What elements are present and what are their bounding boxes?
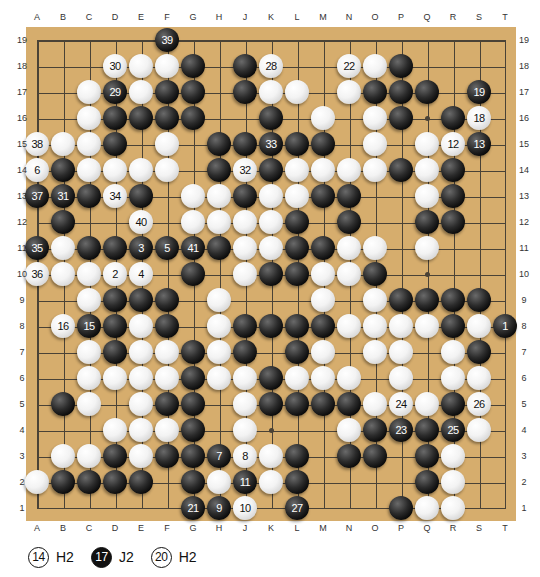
intersection-N1[interactable] xyxy=(336,495,362,521)
intersection-G3[interactable] xyxy=(180,443,206,469)
intersection-J2[interactable]: 11 xyxy=(232,469,258,495)
intersection-Q15[interactable] xyxy=(414,131,440,157)
intersection-B4[interactable] xyxy=(50,417,76,443)
intersection-N19[interactable] xyxy=(336,27,362,53)
intersection-L16[interactable] xyxy=(284,105,310,131)
intersection-N12[interactable] xyxy=(336,209,362,235)
intersection-C15[interactable] xyxy=(76,131,102,157)
intersection-Q1[interactable] xyxy=(414,495,440,521)
intersection-M16[interactable] xyxy=(310,105,336,131)
intersection-S15[interactable]: 13 xyxy=(466,131,492,157)
intersection-J10[interactable] xyxy=(232,261,258,287)
intersection-R9[interactable] xyxy=(440,287,466,313)
intersection-L10[interactable] xyxy=(284,261,310,287)
intersection-F3[interactable] xyxy=(154,443,180,469)
intersection-R18[interactable] xyxy=(440,53,466,79)
intersection-K6[interactable] xyxy=(258,365,284,391)
intersection-C7[interactable] xyxy=(76,339,102,365)
intersection-R11[interactable] xyxy=(440,235,466,261)
intersection-B18[interactable] xyxy=(50,53,76,79)
intersection-Q2[interactable] xyxy=(414,469,440,495)
intersection-J7[interactable] xyxy=(232,339,258,365)
intersection-H14[interactable] xyxy=(206,157,232,183)
intersection-E10[interactable]: 4 xyxy=(128,261,154,287)
intersection-B19[interactable] xyxy=(50,27,76,53)
intersection-N4[interactable] xyxy=(336,417,362,443)
intersection-G8[interactable] xyxy=(180,313,206,339)
intersection-Q14[interactable] xyxy=(414,157,440,183)
intersection-O16[interactable] xyxy=(362,105,388,131)
intersection-P19[interactable] xyxy=(388,27,414,53)
intersection-Q18[interactable] xyxy=(414,53,440,79)
intersection-L17[interactable] xyxy=(284,79,310,105)
intersection-Q17[interactable] xyxy=(414,79,440,105)
intersection-O15[interactable] xyxy=(362,131,388,157)
intersection-Q3[interactable] xyxy=(414,443,440,469)
intersection-B3[interactable] xyxy=(50,443,76,469)
intersection-L13[interactable] xyxy=(284,183,310,209)
intersection-N17[interactable] xyxy=(336,79,362,105)
intersection-R7[interactable] xyxy=(440,339,466,365)
intersection-Q9[interactable] xyxy=(414,287,440,313)
intersection-K17[interactable] xyxy=(258,79,284,105)
intersection-J9[interactable] xyxy=(232,287,258,313)
intersection-C5[interactable] xyxy=(76,391,102,417)
intersection-O1[interactable] xyxy=(362,495,388,521)
intersection-H12[interactable] xyxy=(206,209,232,235)
intersection-D13[interactable]: 34 xyxy=(102,183,128,209)
intersection-O17[interactable] xyxy=(362,79,388,105)
intersection-P15[interactable] xyxy=(388,131,414,157)
intersection-P13[interactable] xyxy=(388,183,414,209)
intersection-J14[interactable]: 32 xyxy=(232,157,258,183)
intersection-H8[interactable] xyxy=(206,313,232,339)
intersection-N15[interactable] xyxy=(336,131,362,157)
intersection-H18[interactable] xyxy=(206,53,232,79)
intersection-R12[interactable] xyxy=(440,209,466,235)
intersection-J3[interactable]: 8 xyxy=(232,443,258,469)
intersection-Q11[interactable] xyxy=(414,235,440,261)
intersection-P14[interactable] xyxy=(388,157,414,183)
intersection-M17[interactable] xyxy=(310,79,336,105)
intersection-B15[interactable] xyxy=(50,131,76,157)
intersection-R10[interactable] xyxy=(440,261,466,287)
intersection-L2[interactable] xyxy=(284,469,310,495)
intersection-O13[interactable] xyxy=(362,183,388,209)
intersection-C10[interactable] xyxy=(76,261,102,287)
intersection-F7[interactable] xyxy=(154,339,180,365)
intersection-B9[interactable] xyxy=(50,287,76,313)
intersection-N11[interactable] xyxy=(336,235,362,261)
intersection-B13[interactable]: 31 xyxy=(50,183,76,209)
intersection-B8[interactable]: 16 xyxy=(50,313,76,339)
intersection-M18[interactable] xyxy=(310,53,336,79)
intersection-Q16[interactable] xyxy=(414,105,440,131)
intersection-M8[interactable] xyxy=(310,313,336,339)
intersection-G4[interactable] xyxy=(180,417,206,443)
intersection-D19[interactable] xyxy=(102,27,128,53)
intersection-S5[interactable]: 26 xyxy=(466,391,492,417)
intersection-B14[interactable] xyxy=(50,157,76,183)
intersection-E14[interactable] xyxy=(128,157,154,183)
intersection-R8[interactable] xyxy=(440,313,466,339)
intersection-G10[interactable] xyxy=(180,261,206,287)
intersection-H11[interactable] xyxy=(206,235,232,261)
intersection-D10[interactable]: 2 xyxy=(102,261,128,287)
intersection-F13[interactable] xyxy=(154,183,180,209)
intersection-Q6[interactable] xyxy=(414,365,440,391)
intersection-M10[interactable] xyxy=(310,261,336,287)
intersection-P1[interactable] xyxy=(388,495,414,521)
intersection-D4[interactable] xyxy=(102,417,128,443)
intersection-P18[interactable] xyxy=(388,53,414,79)
intersection-C13[interactable] xyxy=(76,183,102,209)
intersection-H15[interactable] xyxy=(206,131,232,157)
intersection-L4[interactable] xyxy=(284,417,310,443)
intersection-M11[interactable] xyxy=(310,235,336,261)
intersection-P5[interactable]: 24 xyxy=(388,391,414,417)
intersection-S17[interactable]: 19 xyxy=(466,79,492,105)
intersection-Q10[interactable] xyxy=(414,261,440,287)
intersection-C9[interactable] xyxy=(76,287,102,313)
intersection-S9[interactable] xyxy=(466,287,492,313)
intersection-E17[interactable] xyxy=(128,79,154,105)
intersection-N18[interactable]: 22 xyxy=(336,53,362,79)
intersection-R6[interactable] xyxy=(440,365,466,391)
intersection-H17[interactable] xyxy=(206,79,232,105)
intersection-D7[interactable] xyxy=(102,339,128,365)
intersection-M19[interactable] xyxy=(310,27,336,53)
intersection-L18[interactable] xyxy=(284,53,310,79)
intersection-D3[interactable] xyxy=(102,443,128,469)
intersection-P3[interactable] xyxy=(388,443,414,469)
intersection-B6[interactable] xyxy=(50,365,76,391)
intersection-P10[interactable] xyxy=(388,261,414,287)
intersection-K13[interactable] xyxy=(258,183,284,209)
intersection-M6[interactable] xyxy=(310,365,336,391)
intersection-H1[interactable]: 9 xyxy=(206,495,232,521)
intersection-S2[interactable] xyxy=(466,469,492,495)
intersection-O7[interactable] xyxy=(362,339,388,365)
intersection-N13[interactable] xyxy=(336,183,362,209)
intersection-F5[interactable] xyxy=(154,391,180,417)
intersection-J5[interactable] xyxy=(232,391,258,417)
intersection-K16[interactable] xyxy=(258,105,284,131)
intersection-K18[interactable]: 28 xyxy=(258,53,284,79)
intersection-N9[interactable] xyxy=(336,287,362,313)
intersection-C12[interactable] xyxy=(76,209,102,235)
intersection-C18[interactable] xyxy=(76,53,102,79)
intersection-L3[interactable] xyxy=(284,443,310,469)
intersection-S11[interactable] xyxy=(466,235,492,261)
intersection-Q13[interactable] xyxy=(414,183,440,209)
intersection-S18[interactable] xyxy=(466,53,492,79)
intersection-N8[interactable] xyxy=(336,313,362,339)
intersection-H9[interactable] xyxy=(206,287,232,313)
intersection-S7[interactable] xyxy=(466,339,492,365)
intersection-R14[interactable] xyxy=(440,157,466,183)
intersection-G13[interactable] xyxy=(180,183,206,209)
intersection-R1[interactable] xyxy=(440,495,466,521)
intersection-G11[interactable]: 41 xyxy=(180,235,206,261)
intersection-E4[interactable] xyxy=(128,417,154,443)
intersection-G5[interactable] xyxy=(180,391,206,417)
intersection-P4[interactable]: 23 xyxy=(388,417,414,443)
intersection-O9[interactable] xyxy=(362,287,388,313)
intersection-D6[interactable] xyxy=(102,365,128,391)
intersection-M1[interactable] xyxy=(310,495,336,521)
intersection-O12[interactable] xyxy=(362,209,388,235)
intersection-F17[interactable] xyxy=(154,79,180,105)
intersection-M7[interactable] xyxy=(310,339,336,365)
intersection-N7[interactable] xyxy=(336,339,362,365)
intersection-J4[interactable] xyxy=(232,417,258,443)
intersection-J17[interactable] xyxy=(232,79,258,105)
intersection-N2[interactable] xyxy=(336,469,362,495)
intersection-D14[interactable] xyxy=(102,157,128,183)
intersection-K10[interactable] xyxy=(258,261,284,287)
intersection-L14[interactable] xyxy=(284,157,310,183)
intersection-R17[interactable] xyxy=(440,79,466,105)
intersection-F11[interactable]: 5 xyxy=(154,235,180,261)
intersection-C11[interactable] xyxy=(76,235,102,261)
intersection-E3[interactable] xyxy=(128,443,154,469)
intersection-K12[interactable] xyxy=(258,209,284,235)
intersection-J12[interactable] xyxy=(232,209,258,235)
intersection-L19[interactable] xyxy=(284,27,310,53)
intersection-P2[interactable] xyxy=(388,469,414,495)
intersection-L15[interactable] xyxy=(284,131,310,157)
intersection-D12[interactable] xyxy=(102,209,128,235)
intersection-H3[interactable]: 7 xyxy=(206,443,232,469)
intersection-R2[interactable] xyxy=(440,469,466,495)
intersection-O5[interactable] xyxy=(362,391,388,417)
intersection-P9[interactable] xyxy=(388,287,414,313)
intersection-Q19[interactable] xyxy=(414,27,440,53)
intersection-Q7[interactable] xyxy=(414,339,440,365)
intersection-F1[interactable] xyxy=(154,495,180,521)
intersection-R13[interactable] xyxy=(440,183,466,209)
intersection-R16[interactable] xyxy=(440,105,466,131)
intersection-R3[interactable] xyxy=(440,443,466,469)
intersection-D16[interactable] xyxy=(102,105,128,131)
intersection-J18[interactable] xyxy=(232,53,258,79)
intersection-N5[interactable] xyxy=(336,391,362,417)
intersection-M13[interactable] xyxy=(310,183,336,209)
intersection-J19[interactable] xyxy=(232,27,258,53)
intersection-O10[interactable] xyxy=(362,261,388,287)
intersection-K19[interactable] xyxy=(258,27,284,53)
intersection-P16[interactable] xyxy=(388,105,414,131)
intersection-F10[interactable] xyxy=(154,261,180,287)
intersection-Q5[interactable] xyxy=(414,391,440,417)
intersection-R19[interactable] xyxy=(440,27,466,53)
intersection-M9[interactable] xyxy=(310,287,336,313)
intersection-L11[interactable] xyxy=(284,235,310,261)
intersection-K3[interactable] xyxy=(258,443,284,469)
intersection-S12[interactable] xyxy=(466,209,492,235)
intersection-B1[interactable] xyxy=(50,495,76,521)
intersection-F2[interactable] xyxy=(154,469,180,495)
intersection-J15[interactable] xyxy=(232,131,258,157)
intersection-N10[interactable] xyxy=(336,261,362,287)
intersection-R4[interactable]: 25 xyxy=(440,417,466,443)
intersection-F8[interactable] xyxy=(154,313,180,339)
intersection-K5[interactable] xyxy=(258,391,284,417)
intersection-G7[interactable] xyxy=(180,339,206,365)
intersection-F6[interactable] xyxy=(154,365,180,391)
intersection-S4[interactable] xyxy=(466,417,492,443)
intersection-K7[interactable] xyxy=(258,339,284,365)
intersection-M4[interactable] xyxy=(310,417,336,443)
intersection-F18[interactable] xyxy=(154,53,180,79)
intersection-L5[interactable] xyxy=(284,391,310,417)
intersection-G6[interactable] xyxy=(180,365,206,391)
intersection-O6[interactable] xyxy=(362,365,388,391)
intersection-D9[interactable] xyxy=(102,287,128,313)
intersection-E18[interactable] xyxy=(128,53,154,79)
intersection-H7[interactable] xyxy=(206,339,232,365)
intersection-B16[interactable] xyxy=(50,105,76,131)
intersection-M3[interactable] xyxy=(310,443,336,469)
intersection-K15[interactable]: 33 xyxy=(258,131,284,157)
intersection-M12[interactable] xyxy=(310,209,336,235)
intersection-K11[interactable] xyxy=(258,235,284,261)
intersection-J1[interactable]: 10 xyxy=(232,495,258,521)
intersection-E6[interactable] xyxy=(128,365,154,391)
intersection-E13[interactable] xyxy=(128,183,154,209)
intersection-S13[interactable] xyxy=(466,183,492,209)
intersection-F16[interactable] xyxy=(154,105,180,131)
intersection-O8[interactable] xyxy=(362,313,388,339)
intersection-R15[interactable]: 12 xyxy=(440,131,466,157)
intersection-L8[interactable] xyxy=(284,313,310,339)
intersection-O4[interactable] xyxy=(362,417,388,443)
intersection-K14[interactable] xyxy=(258,157,284,183)
intersection-S14[interactable] xyxy=(466,157,492,183)
intersection-J8[interactable] xyxy=(232,313,258,339)
intersection-H13[interactable] xyxy=(206,183,232,209)
intersection-C3[interactable] xyxy=(76,443,102,469)
intersection-L7[interactable] xyxy=(284,339,310,365)
intersection-D5[interactable] xyxy=(102,391,128,417)
intersection-O2[interactable] xyxy=(362,469,388,495)
intersection-E7[interactable] xyxy=(128,339,154,365)
intersection-E19[interactable] xyxy=(128,27,154,53)
intersection-E5[interactable] xyxy=(128,391,154,417)
intersection-S8[interactable] xyxy=(466,313,492,339)
intersection-M15[interactable] xyxy=(310,131,336,157)
intersection-H10[interactable] xyxy=(206,261,232,287)
intersection-D11[interactable] xyxy=(102,235,128,261)
intersection-G2[interactable] xyxy=(180,469,206,495)
intersection-P8[interactable] xyxy=(388,313,414,339)
intersection-F9[interactable] xyxy=(154,287,180,313)
intersection-K2[interactable] xyxy=(258,469,284,495)
intersection-B10[interactable] xyxy=(50,261,76,287)
intersection-C19[interactable] xyxy=(76,27,102,53)
intersection-F15[interactable] xyxy=(154,131,180,157)
intersection-L1[interactable]: 27 xyxy=(284,495,310,521)
intersection-C6[interactable] xyxy=(76,365,102,391)
intersection-C16[interactable] xyxy=(76,105,102,131)
intersection-D15[interactable] xyxy=(102,131,128,157)
intersection-C1[interactable] xyxy=(76,495,102,521)
intersection-S10[interactable] xyxy=(466,261,492,287)
intersection-G9[interactable] xyxy=(180,287,206,313)
intersection-H6[interactable] xyxy=(206,365,232,391)
intersection-E11[interactable]: 3 xyxy=(128,235,154,261)
intersection-O19[interactable] xyxy=(362,27,388,53)
intersection-O11[interactable] xyxy=(362,235,388,261)
intersection-Q12[interactable] xyxy=(414,209,440,235)
intersection-N16[interactable] xyxy=(336,105,362,131)
intersection-C2[interactable] xyxy=(76,469,102,495)
intersection-N6[interactable] xyxy=(336,365,362,391)
intersection-E12[interactable]: 40 xyxy=(128,209,154,235)
intersection-E15[interactable] xyxy=(128,131,154,157)
intersection-O3[interactable] xyxy=(362,443,388,469)
intersection-H2[interactable] xyxy=(206,469,232,495)
intersection-J13[interactable] xyxy=(232,183,258,209)
intersection-B2[interactable] xyxy=(50,469,76,495)
intersection-B7[interactable] xyxy=(50,339,76,365)
intersection-N3[interactable] xyxy=(336,443,362,469)
intersection-F4[interactable] xyxy=(154,417,180,443)
intersection-C4[interactable] xyxy=(76,417,102,443)
intersection-G17[interactable] xyxy=(180,79,206,105)
intersection-K4[interactable] xyxy=(258,417,284,443)
intersection-M2[interactable] xyxy=(310,469,336,495)
intersection-D18[interactable]: 30 xyxy=(102,53,128,79)
intersection-K9[interactable] xyxy=(258,287,284,313)
intersection-P6[interactable] xyxy=(388,365,414,391)
intersection-S19[interactable] xyxy=(466,27,492,53)
intersection-E8[interactable] xyxy=(128,313,154,339)
intersection-H16[interactable] xyxy=(206,105,232,131)
intersection-G16[interactable] xyxy=(180,105,206,131)
intersection-N14[interactable] xyxy=(336,157,362,183)
intersection-H19[interactable] xyxy=(206,27,232,53)
intersection-Q4[interactable] xyxy=(414,417,440,443)
intersection-G15[interactable] xyxy=(180,131,206,157)
intersection-K1[interactable] xyxy=(258,495,284,521)
intersection-D1[interactable] xyxy=(102,495,128,521)
intersection-E9[interactable] xyxy=(128,287,154,313)
intersection-S16[interactable]: 18 xyxy=(466,105,492,131)
intersection-H5[interactable] xyxy=(206,391,232,417)
intersection-H4[interactable] xyxy=(206,417,232,443)
intersection-O14[interactable] xyxy=(362,157,388,183)
intersection-F14[interactable] xyxy=(154,157,180,183)
intersection-B17[interactable] xyxy=(50,79,76,105)
intersection-G19[interactable] xyxy=(180,27,206,53)
intersection-E2[interactable] xyxy=(128,469,154,495)
intersection-R5[interactable] xyxy=(440,391,466,417)
intersection-D17[interactable]: 29 xyxy=(102,79,128,105)
intersection-G18[interactable] xyxy=(180,53,206,79)
intersection-Q8[interactable] xyxy=(414,313,440,339)
intersection-J11[interactable] xyxy=(232,235,258,261)
intersection-S6[interactable] xyxy=(466,365,492,391)
intersection-D8[interactable] xyxy=(102,313,128,339)
intersection-B5[interactable] xyxy=(50,391,76,417)
intersection-F12[interactable] xyxy=(154,209,180,235)
intersection-C8[interactable]: 15 xyxy=(76,313,102,339)
intersection-L9[interactable] xyxy=(284,287,310,313)
intersection-P7[interactable] xyxy=(388,339,414,365)
intersection-J6[interactable] xyxy=(232,365,258,391)
